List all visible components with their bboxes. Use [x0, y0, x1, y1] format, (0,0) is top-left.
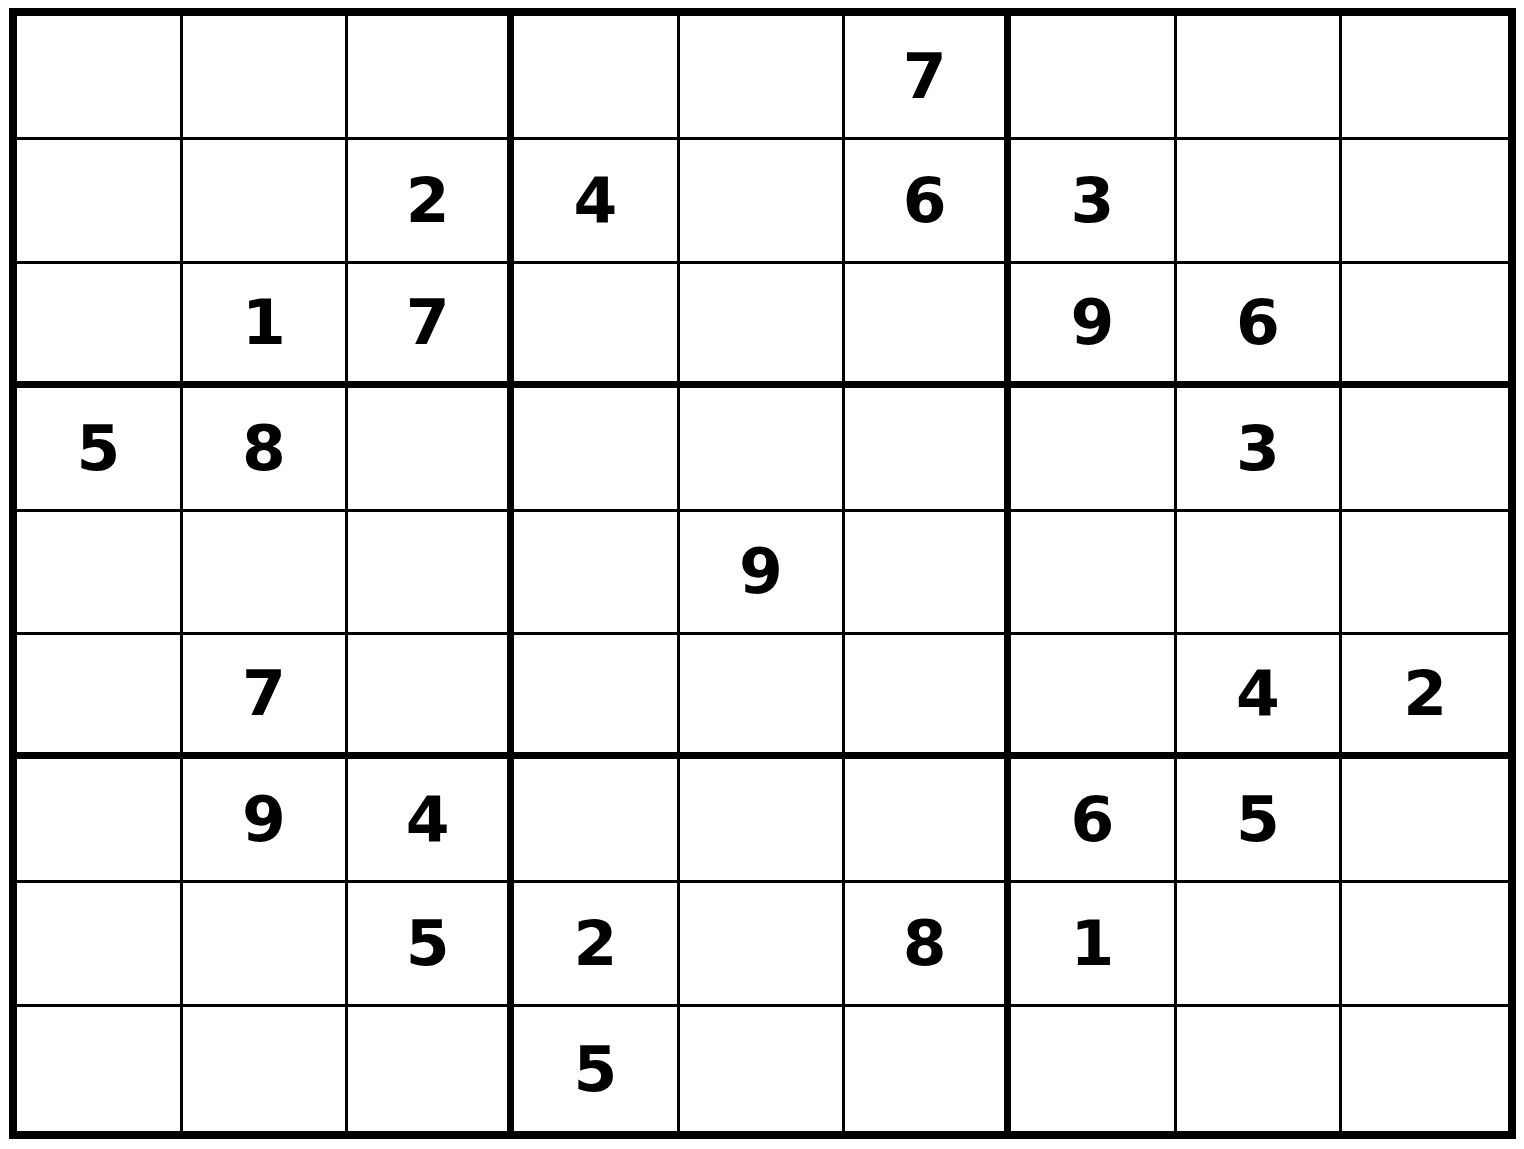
cell-r1c3-empty[interactable] [348, 16, 514, 140]
cell-r2c9-empty[interactable] [1342, 140, 1508, 264]
cell-r1c1-empty[interactable] [17, 16, 183, 140]
cell-r2c2-empty[interactable] [183, 140, 349, 264]
cell-r9c1-empty[interactable] [17, 1007, 183, 1131]
cell-r6c8-given: 4 [1177, 635, 1343, 759]
cell-r1c9-empty[interactable] [1342, 16, 1508, 140]
cell-r5c9-empty[interactable] [1342, 512, 1508, 636]
cell-r3c6-empty[interactable] [845, 264, 1011, 388]
cell-r8c7-given: 1 [1011, 883, 1177, 1007]
cell-r3c2-given: 1 [183, 264, 349, 388]
cell-r4c6-empty[interactable] [845, 388, 1011, 512]
cell-r7c7-given: 6 [1011, 759, 1177, 883]
cell-r8c6-given: 8 [845, 883, 1011, 1007]
cell-r7c8-given: 5 [1177, 759, 1343, 883]
cell-r1c6-given: 7 [845, 16, 1011, 140]
cell-r4c1-given: 5 [17, 388, 183, 512]
sudoku-board: 7246317965839742946552815 [9, 8, 1516, 1139]
cell-r9c6-empty[interactable] [845, 1007, 1011, 1131]
cell-r8c5-empty[interactable] [680, 883, 846, 1007]
cell-r2c3-given: 2 [348, 140, 514, 264]
cell-r8c9-empty[interactable] [1342, 883, 1508, 1007]
cell-r2c1-empty[interactable] [17, 140, 183, 264]
cell-r2c4-given: 4 [514, 140, 680, 264]
cell-r6c1-empty[interactable] [17, 635, 183, 759]
cell-r1c7-empty[interactable] [1011, 16, 1177, 140]
cell-r6c7-empty[interactable] [1011, 635, 1177, 759]
cell-r7c2-given: 9 [183, 759, 349, 883]
cell-r6c5-empty[interactable] [680, 635, 846, 759]
cell-r8c2-empty[interactable] [183, 883, 349, 1007]
cell-r5c1-empty[interactable] [17, 512, 183, 636]
cell-r7c4-empty[interactable] [514, 759, 680, 883]
cell-r3c8-given: 6 [1177, 264, 1343, 388]
cell-r6c4-empty[interactable] [514, 635, 680, 759]
cell-r3c4-empty[interactable] [514, 264, 680, 388]
cell-r3c1-empty[interactable] [17, 264, 183, 388]
cell-r5c6-empty[interactable] [845, 512, 1011, 636]
cell-r2c7-given: 3 [1011, 140, 1177, 264]
cell-r4c3-empty[interactable] [348, 388, 514, 512]
cell-r3c5-empty[interactable] [680, 264, 846, 388]
page: 7246317965839742946552815 [0, 0, 1524, 1149]
cell-r4c9-empty[interactable] [1342, 388, 1508, 512]
cell-r9c5-empty[interactable] [680, 1007, 846, 1131]
cell-r7c9-empty[interactable] [1342, 759, 1508, 883]
cell-r7c3-given: 4 [348, 759, 514, 883]
cell-r5c3-empty[interactable] [348, 512, 514, 636]
cell-r1c2-empty[interactable] [183, 16, 349, 140]
cell-r4c5-empty[interactable] [680, 388, 846, 512]
cell-r1c5-empty[interactable] [680, 16, 846, 140]
cell-r9c8-empty[interactable] [1177, 1007, 1343, 1131]
cell-r8c8-empty[interactable] [1177, 883, 1343, 1007]
cell-r4c8-given: 3 [1177, 388, 1343, 512]
cell-r7c5-empty[interactable] [680, 759, 846, 883]
cell-r5c7-empty[interactable] [1011, 512, 1177, 636]
cell-r2c5-empty[interactable] [680, 140, 846, 264]
cell-r8c1-empty[interactable] [17, 883, 183, 1007]
cell-r5c4-empty[interactable] [514, 512, 680, 636]
cell-r3c9-empty[interactable] [1342, 264, 1508, 388]
cell-r3c3-given: 7 [348, 264, 514, 388]
cell-r6c9-given: 2 [1342, 635, 1508, 759]
cell-r6c3-empty[interactable] [348, 635, 514, 759]
cell-r6c2-given: 7 [183, 635, 349, 759]
cell-r8c3-given: 5 [348, 883, 514, 1007]
cell-r6c6-empty[interactable] [845, 635, 1011, 759]
cell-r9c3-empty[interactable] [348, 1007, 514, 1131]
cell-r9c9-empty[interactable] [1342, 1007, 1508, 1131]
cell-r7c1-empty[interactable] [17, 759, 183, 883]
cell-r9c4-given: 5 [514, 1007, 680, 1131]
cell-r1c4-empty[interactable] [514, 16, 680, 140]
cell-r1c8-empty[interactable] [1177, 16, 1343, 140]
cell-r9c2-empty[interactable] [183, 1007, 349, 1131]
cell-r2c8-empty[interactable] [1177, 140, 1343, 264]
cell-r4c7-empty[interactable] [1011, 388, 1177, 512]
cell-r8c4-given: 2 [514, 883, 680, 1007]
cell-r4c4-empty[interactable] [514, 388, 680, 512]
cell-r2c6-given: 6 [845, 140, 1011, 264]
cell-r5c8-empty[interactable] [1177, 512, 1343, 636]
cell-r5c2-empty[interactable] [183, 512, 349, 636]
cell-r3c7-given: 9 [1011, 264, 1177, 388]
cell-r5c5-given: 9 [680, 512, 846, 636]
cell-r9c7-empty[interactable] [1011, 1007, 1177, 1131]
cell-r7c6-empty[interactable] [845, 759, 1011, 883]
cell-r4c2-given: 8 [183, 388, 349, 512]
